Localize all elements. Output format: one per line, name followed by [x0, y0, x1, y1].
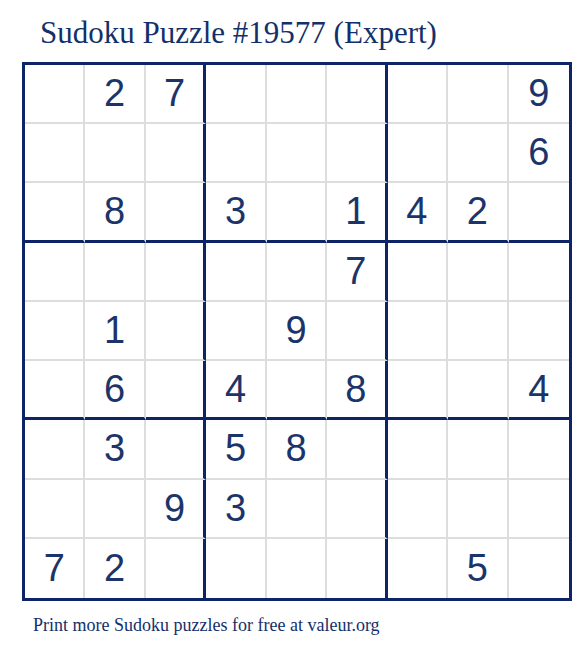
cell-r9c1[interactable]: 7	[25, 539, 85, 598]
cell-r8c7[interactable]	[388, 480, 448, 539]
cell-r5c6[interactable]	[327, 302, 387, 361]
cell-r3c6[interactable]: 1	[327, 183, 387, 242]
cell-r9c3[interactable]	[146, 539, 206, 598]
cell-r4c3[interactable]	[146, 243, 206, 302]
cell-r4c6[interactable]: 7	[327, 243, 387, 302]
cell-r6c7[interactable]	[388, 361, 448, 420]
cell-r3c3[interactable]	[146, 183, 206, 242]
cell-r4c8[interactable]	[448, 243, 508, 302]
cell-r1c9[interactable]: 9	[509, 65, 569, 124]
cell-r2c4[interactable]	[206, 124, 266, 183]
cell-r2c2[interactable]	[85, 124, 145, 183]
cell-r9c4[interactable]	[206, 539, 266, 598]
cell-r8c4[interactable]: 3	[206, 480, 266, 539]
cell-r3c2[interactable]: 8	[85, 183, 145, 242]
cell-r8c1[interactable]	[25, 480, 85, 539]
cell-r5c9[interactable]	[509, 302, 569, 361]
cell-r2c1[interactable]	[25, 124, 85, 183]
cell-r1c8[interactable]	[448, 65, 508, 124]
cell-r6c1[interactable]	[25, 361, 85, 420]
sudoku-page: Sudoku Puzzle #19577 (Expert) 2796831427…	[0, 0, 580, 651]
cell-r8c5[interactable]	[267, 480, 327, 539]
cell-r7c9[interactable]	[509, 420, 569, 479]
cell-r3c1[interactable]	[25, 183, 85, 242]
cell-r5c3[interactable]	[146, 302, 206, 361]
cell-r6c2[interactable]: 6	[85, 361, 145, 420]
cell-r7c8[interactable]	[448, 420, 508, 479]
cell-r4c4[interactable]	[206, 243, 266, 302]
cell-r4c9[interactable]	[509, 243, 569, 302]
cell-r6c5[interactable]	[267, 361, 327, 420]
cell-r9c8[interactable]: 5	[448, 539, 508, 598]
cell-r9c7[interactable]	[388, 539, 448, 598]
cell-r7c3[interactable]	[146, 420, 206, 479]
cell-r6c6[interactable]: 8	[327, 361, 387, 420]
cell-r4c5[interactable]	[267, 243, 327, 302]
cell-r8c8[interactable]	[448, 480, 508, 539]
cell-r3c4[interactable]: 3	[206, 183, 266, 242]
cell-r6c9[interactable]: 4	[509, 361, 569, 420]
cell-r8c6[interactable]	[327, 480, 387, 539]
cell-r4c2[interactable]	[85, 243, 145, 302]
cell-r7c7[interactable]	[388, 420, 448, 479]
cell-r1c7[interactable]	[388, 65, 448, 124]
cell-r2c7[interactable]	[388, 124, 448, 183]
cell-r3c5[interactable]	[267, 183, 327, 242]
cell-r2c5[interactable]	[267, 124, 327, 183]
cell-r4c7[interactable]	[388, 243, 448, 302]
cell-r1c3[interactable]: 7	[146, 65, 206, 124]
cell-r8c9[interactable]	[509, 480, 569, 539]
cell-r9c5[interactable]	[267, 539, 327, 598]
cell-r3c8[interactable]: 2	[448, 183, 508, 242]
footer-text: Print more Sudoku puzzles for free at va…	[33, 615, 380, 636]
cell-r5c8[interactable]	[448, 302, 508, 361]
cell-r2c3[interactable]	[146, 124, 206, 183]
cell-r5c2[interactable]: 1	[85, 302, 145, 361]
cell-r1c6[interactable]	[327, 65, 387, 124]
cell-r6c8[interactable]	[448, 361, 508, 420]
cell-r4c1[interactable]	[25, 243, 85, 302]
cell-r8c2[interactable]	[85, 480, 145, 539]
cell-r1c4[interactable]	[206, 65, 266, 124]
cell-r8c3[interactable]: 9	[146, 480, 206, 539]
cell-r3c9[interactable]	[509, 183, 569, 242]
cell-r2c6[interactable]	[327, 124, 387, 183]
cell-r5c1[interactable]	[25, 302, 85, 361]
cell-r7c5[interactable]: 8	[267, 420, 327, 479]
cell-r2c9[interactable]: 6	[509, 124, 569, 183]
cell-r9c9[interactable]	[509, 539, 569, 598]
page-title: Sudoku Puzzle #19577 (Expert)	[40, 16, 437, 50]
cell-r9c6[interactable]	[327, 539, 387, 598]
cell-r1c1[interactable]	[25, 65, 85, 124]
cell-r5c7[interactable]	[388, 302, 448, 361]
cell-r5c5[interactable]: 9	[267, 302, 327, 361]
cell-r9c2[interactable]: 2	[85, 539, 145, 598]
sudoku-board: 279683142719648435893725	[22, 62, 572, 601]
cell-r5c4[interactable]	[206, 302, 266, 361]
cell-r6c3[interactable]	[146, 361, 206, 420]
cell-r6c4[interactable]: 4	[206, 361, 266, 420]
cell-r7c2[interactable]: 3	[85, 420, 145, 479]
cell-r7c6[interactable]	[327, 420, 387, 479]
cell-r7c1[interactable]	[25, 420, 85, 479]
cell-r7c4[interactable]: 5	[206, 420, 266, 479]
cell-r1c5[interactable]	[267, 65, 327, 124]
cell-r1c2[interactable]: 2	[85, 65, 145, 124]
cell-r3c7[interactable]: 4	[388, 183, 448, 242]
cell-r2c8[interactable]	[448, 124, 508, 183]
